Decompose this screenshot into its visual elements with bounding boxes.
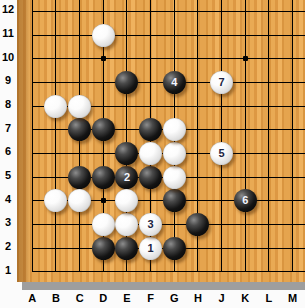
move-number-2: 2 — [124, 172, 130, 183]
move-number-7: 7 — [219, 77, 225, 88]
row-label-7: 7 — [0, 121, 16, 135]
stone-black-D7 — [92, 118, 115, 141]
stone-white-D3 — [92, 213, 115, 236]
move-number-4: 4 — [171, 77, 177, 88]
go-board-screenshot: 2461357 121110987654321 ABCDEFGHJKLM — [0, 0, 305, 308]
col-label-B: B — [48, 291, 64, 305]
stone-white-J6: 5 — [210, 142, 233, 165]
star-point-D10 — [101, 56, 106, 61]
col-label-F: F — [143, 291, 159, 305]
move-number-6: 6 — [242, 195, 248, 206]
grid-line-horizontal — [32, 224, 305, 225]
stone-white-D11 — [92, 24, 115, 47]
stone-black-K4: 6 — [234, 189, 257, 212]
col-label-H: H — [190, 291, 206, 305]
grid-line-horizontal — [32, 271, 305, 272]
stone-white-G5 — [163, 166, 186, 189]
stone-black-D5 — [92, 166, 115, 189]
star-point-K10 — [243, 56, 248, 61]
stone-white-B8 — [44, 95, 67, 118]
row-label-1: 1 — [0, 263, 16, 277]
grid-line-horizontal — [32, 11, 305, 12]
stone-white-G6 — [163, 142, 186, 165]
row-label-12: 12 — [0, 2, 16, 16]
grid-line-vertical — [292, 0, 293, 272]
stone-black-G2 — [163, 237, 186, 260]
row-label-2: 2 — [0, 239, 16, 253]
grid-line-vertical — [55, 0, 56, 272]
move-number-5: 5 — [219, 148, 225, 159]
row-label-6: 6 — [0, 144, 16, 158]
row-label-3: 3 — [0, 215, 16, 229]
grid-line-vertical — [245, 0, 246, 272]
col-label-A: A — [24, 291, 40, 305]
stone-white-C8 — [68, 95, 91, 118]
col-label-L: L — [261, 291, 277, 305]
stone-black-D2 — [92, 237, 115, 260]
grid-line-vertical — [32, 0, 33, 272]
stone-black-E5: 2 — [115, 166, 138, 189]
row-label-9: 9 — [0, 73, 16, 87]
stone-black-C5 — [68, 166, 91, 189]
row-label-8: 8 — [0, 97, 16, 111]
stone-white-G7 — [163, 118, 186, 141]
stone-black-F5 — [139, 166, 162, 189]
row-label-5: 5 — [0, 168, 16, 182]
col-label-K: K — [237, 291, 253, 305]
stone-white-F6 — [139, 142, 162, 165]
col-label-J: J — [214, 291, 230, 305]
move-number-1: 1 — [148, 243, 154, 254]
stone-white-F2: 1 — [139, 237, 162, 260]
board-shadow — [22, 282, 305, 290]
row-label-11: 11 — [0, 26, 16, 40]
grid-line-vertical — [268, 0, 269, 272]
grid-line-horizontal — [32, 58, 305, 59]
col-label-G: G — [166, 291, 182, 305]
stone-black-E2 — [115, 237, 138, 260]
col-label-E: E — [119, 291, 135, 305]
row-label-4: 4 — [0, 192, 16, 206]
stone-white-J9: 7 — [210, 71, 233, 94]
stone-black-G4 — [163, 189, 186, 212]
row-label-10: 10 — [0, 50, 16, 64]
goban-surface[interactable] — [17, 0, 305, 282]
stone-white-F3: 3 — [139, 213, 162, 236]
grid-line-vertical — [221, 0, 222, 272]
col-label-D: D — [95, 291, 111, 305]
star-point-D4 — [101, 198, 106, 203]
move-number-3: 3 — [148, 219, 154, 230]
grid-line-horizontal — [32, 35, 305, 36]
stone-black-G9: 4 — [163, 71, 186, 94]
col-label-C: C — [72, 291, 88, 305]
col-label-M: M — [285, 291, 301, 305]
